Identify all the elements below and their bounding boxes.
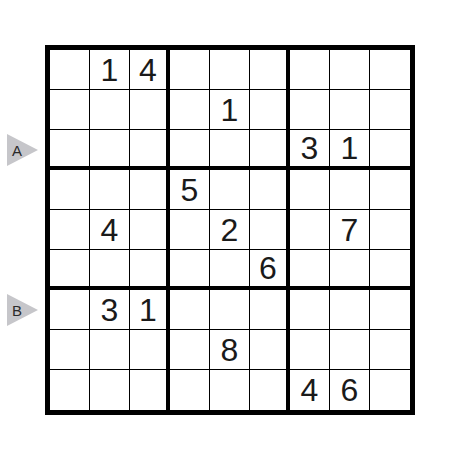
cell-r7c6[interactable] bbox=[250, 290, 290, 330]
cell-r6c5[interactable] bbox=[210, 250, 250, 290]
cell-r5c4[interactable] bbox=[170, 210, 210, 250]
cell-r4c2[interactable] bbox=[90, 170, 130, 210]
cell-r8c5[interactable]: 8 bbox=[210, 330, 250, 370]
cell-r3c2[interactable] bbox=[90, 130, 130, 170]
cell-r5c7[interactable] bbox=[290, 210, 330, 250]
cell-r7c9[interactable] bbox=[370, 290, 410, 330]
cell-r5c6[interactable] bbox=[250, 210, 290, 250]
cell-r8c6[interactable] bbox=[250, 330, 290, 370]
cell-r7c8[interactable] bbox=[330, 290, 370, 330]
cell-r6c8[interactable] bbox=[330, 250, 370, 290]
cell-r5c8[interactable]: 7 bbox=[330, 210, 370, 250]
cell-r1c4[interactable] bbox=[170, 50, 210, 90]
cell-r9c5[interactable] bbox=[210, 370, 250, 410]
cell-r9c8[interactable]: 6 bbox=[330, 370, 370, 410]
sudoku-grid: 141315427631846 bbox=[45, 45, 415, 415]
cell-r9c1[interactable] bbox=[50, 370, 90, 410]
cell-r6c3[interactable] bbox=[130, 250, 170, 290]
cell-r4c8[interactable] bbox=[330, 170, 370, 210]
cell-r5c5[interactable]: 2 bbox=[210, 210, 250, 250]
cell-r8c2[interactable] bbox=[90, 330, 130, 370]
cell-r6c7[interactable] bbox=[290, 250, 330, 290]
cell-r4c7[interactable] bbox=[290, 170, 330, 210]
marker-B-label: B bbox=[12, 294, 22, 326]
cell-r8c3[interactable] bbox=[130, 330, 170, 370]
cell-r1c3[interactable]: 4 bbox=[130, 50, 170, 90]
cell-r8c4[interactable] bbox=[170, 330, 210, 370]
cell-r1c2[interactable]: 1 bbox=[90, 50, 130, 90]
cell-r9c9[interactable] bbox=[370, 370, 410, 410]
cell-r4c5[interactable] bbox=[210, 170, 250, 210]
cell-r8c7[interactable] bbox=[290, 330, 330, 370]
row-marker-B: B bbox=[7, 294, 38, 326]
cell-r3c5[interactable] bbox=[210, 130, 250, 170]
marker-A-label: A bbox=[12, 134, 22, 166]
cell-r3c6[interactable] bbox=[250, 130, 290, 170]
cell-r9c7[interactable]: 4 bbox=[290, 370, 330, 410]
cell-r3c7[interactable]: 3 bbox=[290, 130, 330, 170]
row-marker-A: A bbox=[7, 134, 38, 166]
cell-r6c1[interactable] bbox=[50, 250, 90, 290]
cell-r1c7[interactable] bbox=[290, 50, 330, 90]
cell-r1c6[interactable] bbox=[250, 50, 290, 90]
sudoku-diagram: 141315427631846 AB bbox=[0, 0, 467, 463]
cell-r8c8[interactable] bbox=[330, 330, 370, 370]
cell-r1c5[interactable] bbox=[210, 50, 250, 90]
cell-r8c9[interactable] bbox=[370, 330, 410, 370]
cell-r2c7[interactable] bbox=[290, 90, 330, 130]
cell-r7c1[interactable] bbox=[50, 290, 90, 330]
cell-r5c9[interactable] bbox=[370, 210, 410, 250]
cell-r4c3[interactable] bbox=[130, 170, 170, 210]
cell-r3c1[interactable] bbox=[50, 130, 90, 170]
cell-r6c4[interactable] bbox=[170, 250, 210, 290]
cell-r3c8[interactable]: 1 bbox=[330, 130, 370, 170]
cell-r2c2[interactable] bbox=[90, 90, 130, 130]
cell-r1c9[interactable] bbox=[370, 50, 410, 90]
cell-r3c3[interactable] bbox=[130, 130, 170, 170]
cell-r3c9[interactable] bbox=[370, 130, 410, 170]
cell-r7c5[interactable] bbox=[210, 290, 250, 330]
cell-r7c7[interactable] bbox=[290, 290, 330, 330]
cell-r4c9[interactable] bbox=[370, 170, 410, 210]
cell-r2c1[interactable] bbox=[50, 90, 90, 130]
cell-r9c3[interactable] bbox=[130, 370, 170, 410]
cell-r6c9[interactable] bbox=[370, 250, 410, 290]
cell-r6c2[interactable] bbox=[90, 250, 130, 290]
cell-r2c4[interactable] bbox=[170, 90, 210, 130]
cell-r9c6[interactable] bbox=[250, 370, 290, 410]
cell-r7c4[interactable] bbox=[170, 290, 210, 330]
cell-r4c1[interactable] bbox=[50, 170, 90, 210]
cell-r6c6[interactable]: 6 bbox=[250, 250, 290, 290]
cell-r1c1[interactable] bbox=[50, 50, 90, 90]
cell-r8c1[interactable] bbox=[50, 330, 90, 370]
cell-r1c8[interactable] bbox=[330, 50, 370, 90]
cell-r5c3[interactable] bbox=[130, 210, 170, 250]
cell-r2c3[interactable] bbox=[130, 90, 170, 130]
cell-r4c4[interactable]: 5 bbox=[170, 170, 210, 210]
cell-r5c2[interactable]: 4 bbox=[90, 210, 130, 250]
cell-r5c1[interactable] bbox=[50, 210, 90, 250]
cell-r7c2[interactable]: 3 bbox=[90, 290, 130, 330]
cell-r7c3[interactable]: 1 bbox=[130, 290, 170, 330]
cell-r9c2[interactable] bbox=[90, 370, 130, 410]
cell-r9c4[interactable] bbox=[170, 370, 210, 410]
cell-r3c4[interactable] bbox=[170, 130, 210, 170]
cell-r2c8[interactable] bbox=[330, 90, 370, 130]
cell-r4c6[interactable] bbox=[250, 170, 290, 210]
cell-r2c5[interactable]: 1 bbox=[210, 90, 250, 130]
cell-r2c9[interactable] bbox=[370, 90, 410, 130]
cell-r2c6[interactable] bbox=[250, 90, 290, 130]
